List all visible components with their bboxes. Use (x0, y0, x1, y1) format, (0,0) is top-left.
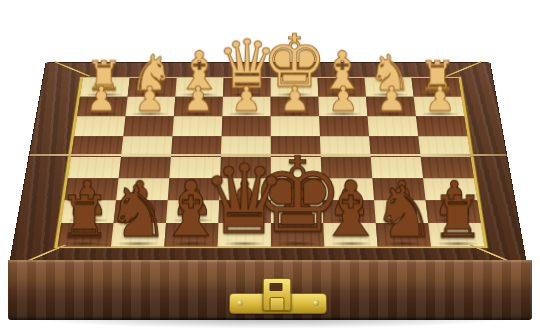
light-pawn-d7: ♟ (231, 83, 262, 115)
light-pawn-e7: ♟ (280, 83, 311, 115)
board-frame: ♜♞♝♛♚♝♞♜♟♟♟♟♟♟♟♟♟♟♟♟♟♟♟♟♜♞♝♛♚♝♞♜ (10, 63, 526, 264)
dark-knight-b1: ♞ (106, 178, 170, 246)
dark-queen-d1: ♛ (201, 155, 287, 246)
square-g1: ♞ (376, 223, 431, 247)
square-f6 (319, 116, 369, 136)
square-d7: ♟ (222, 97, 270, 116)
ground-shadow (18, 318, 522, 329)
light-pawn-f7: ♟ (328, 83, 359, 115)
square-h7: ♟ (414, 97, 465, 116)
dark-knight-g1: ♞ (372, 178, 436, 246)
light-pawn-a7: ♟ (86, 83, 117, 115)
square-d1: ♛ (218, 223, 271, 247)
square-a7: ♟ (77, 97, 128, 116)
square-b6 (123, 116, 174, 136)
chess-board: ♜♞♝♛♚♝♞♜♟♟♟♟♟♟♟♟♟♟♟♟♟♟♟♟♜♞♝♛♚♝♞♜ (54, 77, 487, 248)
square-b7: ♟ (125, 97, 175, 116)
square-g6 (368, 116, 419, 136)
latch-tongue (270, 297, 285, 311)
light-pawn-c7: ♟ (183, 83, 214, 115)
square-d6 (222, 116, 271, 136)
dark-rook-a1: ♜ (58, 190, 110, 245)
square-f1: ♝ (323, 223, 377, 247)
board-scene: ♜♞♝♛♚♝♞♜♟♟♟♟♟♟♟♟♟♟♟♟♟♟♟♟♜♞♝♛♚♝♞♜ (10, 63, 526, 264)
light-pawn-g7: ♟ (376, 83, 407, 115)
square-h6 (416, 116, 467, 136)
square-e7: ♟ (271, 97, 319, 116)
chess-set-product-photo: ♜♞♝♛♚♝♞♜♟♟♟♟♟♟♟♟♟♟♟♟♟♟♟♟♜♞♝♛♚♝♞♜ (0, 0, 540, 333)
square-e6 (271, 116, 320, 136)
square-c7: ♟ (174, 97, 223, 116)
square-a6 (74, 116, 125, 136)
light-pawn-h7: ♟ (425, 83, 456, 115)
square-b1: ♞ (111, 223, 166, 247)
light-pawn-b7: ♟ (134, 83, 165, 115)
brass-latch (229, 284, 325, 318)
box-front-face (8, 260, 532, 320)
square-h1: ♜ (428, 223, 484, 247)
square-g7: ♟ (366, 97, 416, 116)
square-f7: ♟ (318, 97, 367, 116)
square-c6 (172, 116, 222, 136)
dark-rook-h1: ♜ (431, 190, 483, 245)
